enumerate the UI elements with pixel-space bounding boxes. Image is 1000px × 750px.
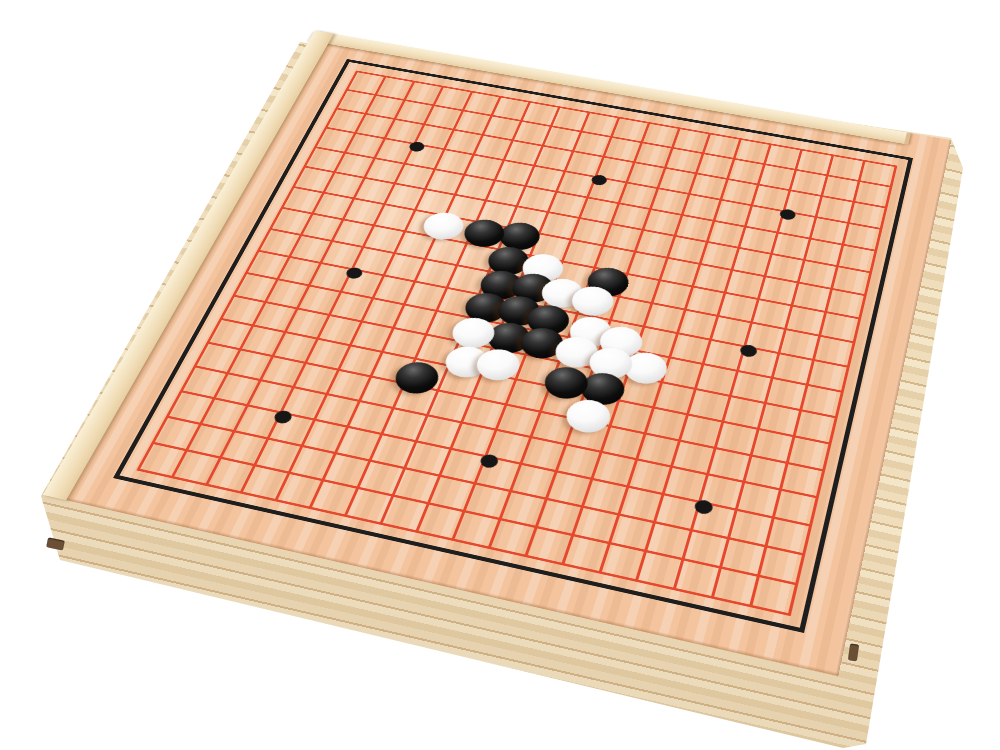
hoshi-point: [272, 409, 294, 425]
hoshi-point: [478, 453, 500, 469]
hoshi-point: [739, 343, 759, 358]
product-photo-scene: [0, 0, 1000, 750]
hoshi-point: [408, 141, 427, 153]
lid-finger-notch-left: [46, 537, 65, 550]
hoshi-point: [693, 498, 714, 515]
hoshi-point: [589, 174, 607, 186]
hoshi-point: [344, 266, 364, 280]
hoshi-point: [778, 208, 796, 221]
